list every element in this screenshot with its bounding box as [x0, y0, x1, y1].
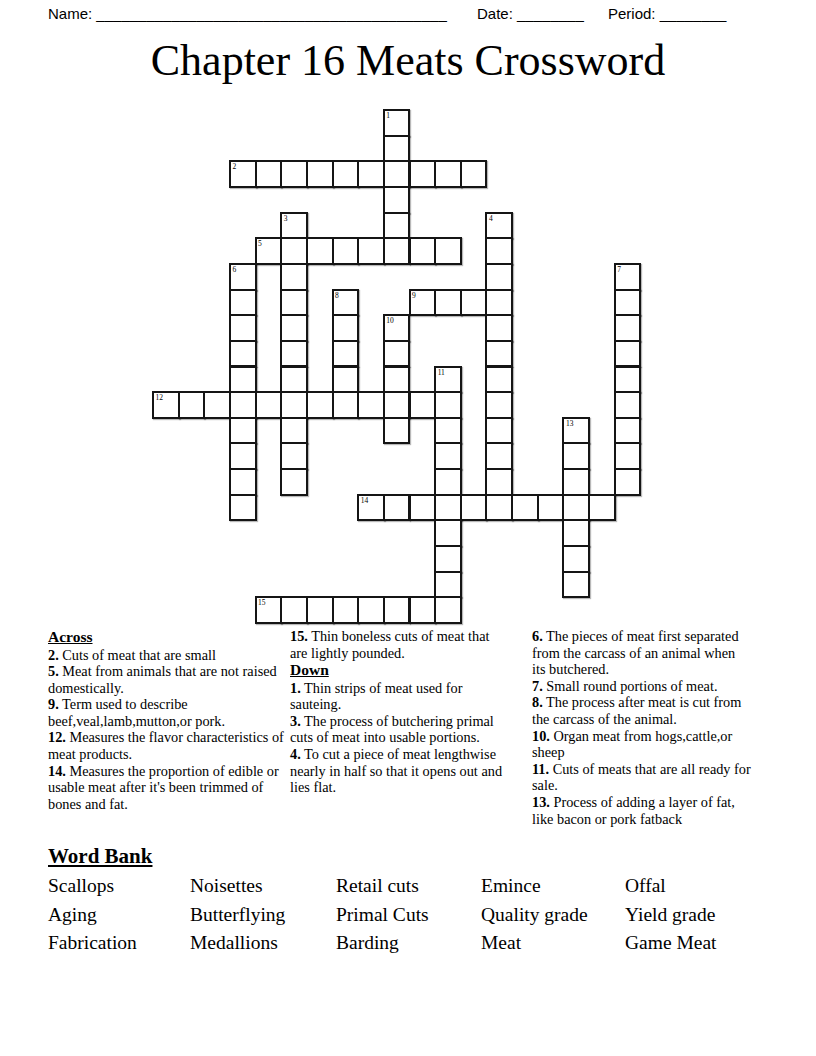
grid-cell-r2c4[interactable]	[255, 160, 283, 188]
clues-column-right: 6. The pieces of meat first separated fr…	[532, 628, 751, 827]
grid-cell-r13c16[interactable]	[562, 442, 590, 470]
clue-text: Process of adding a layer of fat, like b…	[532, 794, 735, 827]
word-bank: ScallopsNoisettesRetail cutsEminceOffalA…	[48, 872, 778, 958]
grid-cell-r12c18[interactable]	[614, 417, 642, 445]
grid-cell-r15c17[interactable]	[588, 494, 616, 522]
clue-text: The process after meat is cut from the c…	[532, 694, 741, 727]
grid-cell-r12c5[interactable]	[280, 417, 308, 445]
clues-column-middle: 15. Thin boneless cuts of meat that are …	[290, 628, 503, 796]
clue-text: Measures the flavor characteristics of m…	[48, 729, 284, 762]
clue-6: 6. The pieces of meat first separated fr…	[532, 628, 751, 678]
clue-text: Cuts of meats that are all ready for sal…	[532, 761, 751, 794]
grid-cell-r5c8[interactable]	[357, 237, 385, 265]
clue-text: The pieces of meat first separated from …	[532, 628, 739, 677]
word-bank-item: Noisettes	[190, 872, 336, 901]
period-blank-line[interactable]: ________	[660, 5, 727, 22]
grid-cell-r2c5[interactable]	[280, 160, 308, 188]
grid-cell-r7c7[interactable]: 8	[332, 289, 360, 317]
word-bank-item: Yield grade	[625, 901, 778, 930]
clue-13: 13. Process of adding a layer of fat, li…	[532, 794, 751, 827]
clue-text: Meat from animals that are not raised do…	[48, 663, 277, 696]
grid-cell-r7c18[interactable]	[614, 289, 642, 317]
grid-cell-r5c4[interactable]: 5	[255, 237, 283, 265]
grid-cell-r9c13[interactable]	[485, 340, 513, 368]
cell-number-14: 14	[361, 496, 369, 505]
grid-cell-r15c13[interactable]	[485, 494, 513, 522]
clue-number-label: 12.	[48, 729, 66, 745]
grid-cell-r11c2[interactable]	[203, 391, 231, 419]
grid-cell-r14c11[interactable]	[434, 468, 462, 496]
grid-cell-r9c7[interactable]	[332, 340, 360, 368]
grid-cell-r9c18[interactable]	[614, 340, 642, 368]
clue-4: 4. To cut a piece of meat lengthwise nea…	[290, 746, 503, 796]
grid-cell-r12c16[interactable]: 13	[562, 417, 590, 445]
grid-cell-r2c7[interactable]	[332, 160, 360, 188]
grid-cell-r19c10[interactable]	[409, 596, 437, 624]
grid-cell-r11c10[interactable]	[409, 391, 437, 419]
clue-3: 3. The process of butchering primal cuts…	[290, 713, 503, 746]
word-bank-item: Butterflying	[190, 901, 336, 930]
grid-cell-r2c11[interactable]	[434, 160, 462, 188]
clue-number-label: 4.	[290, 746, 301, 762]
clue-text: Measures the proportion of edible or usa…	[48, 763, 279, 812]
grid-cell-r2c8[interactable]	[357, 160, 385, 188]
name-blank-line[interactable]: ________________________________________…	[96, 5, 446, 22]
date-blank-line[interactable]: ________	[517, 5, 584, 22]
grid-cell-r11c11[interactable]	[434, 391, 462, 419]
word-bank-item: Game Meat	[625, 929, 778, 958]
grid-cell-r5c5[interactable]	[280, 237, 308, 265]
grid-cell-r12c11[interactable]	[434, 417, 462, 445]
grid-cell-r4c9[interactable]	[383, 212, 411, 240]
grid-cell-r7c11[interactable]	[434, 289, 462, 317]
word-bank-item: Fabrication	[48, 929, 190, 958]
grid-cell-r4c13[interactable]: 4	[485, 212, 513, 240]
clue-text: Small round portions of meat.	[543, 678, 718, 694]
clue-number-label: 5.	[48, 663, 59, 679]
grid-cell-r5c9[interactable]	[383, 237, 411, 265]
clue-heading-across: Across	[48, 628, 286, 647]
grid-cell-r13c3[interactable]	[229, 442, 257, 470]
page-title: Chapter 16 Meats Crossword	[0, 34, 816, 88]
clue-number-label: 1.	[290, 680, 301, 696]
grid-cell-r15c15[interactable]	[537, 494, 565, 522]
clue-number-label: 7.	[532, 678, 543, 694]
grid-cell-r5c10[interactable]	[409, 237, 437, 265]
clue-11: 11. Cuts of meats that are all ready for…	[532, 761, 751, 794]
cell-number-3: 3	[284, 214, 288, 223]
grid-cell-r6c3[interactable]: 6	[229, 263, 257, 291]
cell-number-1: 1	[386, 111, 390, 120]
grid-cell-r14c13[interactable]	[485, 468, 513, 496]
grid-cell-r11c3[interactable]	[229, 391, 257, 419]
clue-5: 5. Meat from animals that are not raised…	[48, 663, 286, 696]
grid-cell-r5c13[interactable]	[485, 237, 513, 265]
grid-cell-r15c16[interactable]	[562, 494, 590, 522]
grid-cell-r5c7[interactable]	[332, 237, 360, 265]
grid-cell-r8c5[interactable]	[280, 314, 308, 342]
word-bank-item: Scallops	[48, 872, 190, 901]
clue-text: Cuts of meat that are small	[59, 647, 216, 663]
clue-15: 15. Thin boneless cuts of meat that are …	[290, 628, 503, 661]
cell-number-4: 4	[489, 214, 493, 223]
period-field[interactable]: Period: ________	[608, 5, 726, 22]
grid-cell-r15c3[interactable]	[229, 494, 257, 522]
grid-cell-r5c6[interactable]	[306, 237, 334, 265]
clue-number-label: 2.	[48, 647, 59, 663]
grid-cell-r19c8[interactable]	[357, 596, 385, 624]
grid-cell-r8c18[interactable]	[614, 314, 642, 342]
clue-number-label: 13.	[532, 794, 550, 810]
grid-cell-r2c9[interactable]	[383, 160, 411, 188]
grid-cell-r13c11[interactable]	[434, 442, 462, 470]
grid-cell-r17c11[interactable]	[434, 545, 462, 573]
clue-2: 2. Cuts of meat that are small	[48, 647, 286, 664]
period-label: Period:	[608, 5, 656, 22]
grid-cell-r11c9[interactable]	[383, 391, 411, 419]
word-bank-item: Retail cuts	[336, 872, 481, 901]
crossword-grid: 123456789101112131415	[152, 109, 644, 627]
grid-cell-r14c5[interactable]	[280, 468, 308, 496]
word-bank-item: Medallions	[190, 929, 336, 958]
clue-number-label: 8.	[532, 694, 543, 710]
grid-cell-r11c13[interactable]	[485, 391, 513, 419]
grid-cell-r11c4[interactable]	[255, 391, 283, 419]
grid-cell-r16c16[interactable]	[562, 519, 590, 547]
grid-cell-r8c3[interactable]	[229, 314, 257, 342]
grid-cell-r2c3[interactable]: 2	[229, 160, 257, 188]
cell-number-7: 7	[617, 265, 621, 274]
grid-cell-r6c5[interactable]	[280, 263, 308, 291]
grid-cell-r15c10[interactable]	[409, 494, 437, 522]
cell-number-15: 15	[258, 598, 266, 607]
grid-cell-r3c9[interactable]	[383, 186, 411, 214]
clue-12: 12. Measures the flavor characteristics …	[48, 729, 286, 762]
worksheet-header: Name: __________________________________…	[0, 5, 816, 29]
clue-text: Term used to describe beef,veal,lamb,mut…	[48, 696, 225, 729]
grid-cell-r15c11[interactable]	[434, 494, 462, 522]
word-bank-item: Quality grade	[481, 901, 625, 930]
cell-number-5: 5	[258, 239, 262, 248]
clue-text: Thin boneless cuts of meat that are ligh…	[290, 628, 489, 661]
clue-text: To cut a piece of meat lengthwise nearly…	[290, 746, 502, 795]
grid-cell-r14c3[interactable]	[229, 468, 257, 496]
grid-cell-r11c5[interactable]	[280, 391, 308, 419]
cell-number-11: 11	[438, 368, 445, 377]
grid-cell-r7c12[interactable]	[460, 289, 488, 317]
grid-cell-r11c7[interactable]	[332, 391, 360, 419]
grid-cell-r13c5[interactable]	[280, 442, 308, 470]
clue-number-label: 10.	[532, 728, 550, 744]
grid-cell-r12c3[interactable]	[229, 417, 257, 445]
grid-cell-r1c9[interactable]	[383, 135, 411, 163]
cell-number-12: 12	[156, 393, 164, 402]
clue-number-label: 15.	[290, 628, 308, 644]
grid-cell-r12c9[interactable]	[383, 417, 411, 445]
word-bank-item: Primal Cuts	[336, 901, 481, 930]
clue-heading-down: Down	[290, 661, 503, 680]
grid-cell-r15c14[interactable]	[511, 494, 539, 522]
grid-cell-r19c4[interactable]: 15	[255, 596, 283, 624]
grid-cell-r4c5[interactable]: 3	[280, 212, 308, 240]
grid-cell-r13c13[interactable]	[485, 442, 513, 470]
grid-cell-r7c10[interactable]: 9	[409, 289, 437, 317]
clue-text: Thin strips of meat used for sauteing.	[290, 680, 462, 713]
clue-number-label: 6.	[532, 628, 543, 644]
grid-cell-r18c16[interactable]	[562, 571, 590, 599]
grid-cell-r2c6[interactable]	[306, 160, 334, 188]
grid-cell-r15c8[interactable]: 14	[357, 494, 385, 522]
word-bank-item: Offal	[625, 872, 778, 901]
name-field[interactable]: Name: __________________________________…	[48, 5, 447, 22]
worksheet: Name: __________________________________…	[0, 0, 816, 1056]
grid-cell-r8c13[interactable]	[485, 314, 513, 342]
grid-cell-r16c11[interactable]	[434, 519, 462, 547]
grid-cell-r6c18[interactable]: 7	[614, 263, 642, 291]
grid-cell-r11c6[interactable]	[306, 391, 334, 419]
word-bank-item: Emince	[481, 872, 625, 901]
grid-cell-r13c18[interactable]	[614, 442, 642, 470]
grid-cell-r6c13[interactable]	[485, 263, 513, 291]
grid-cell-r10c11[interactable]: 11	[434, 366, 462, 394]
clue-10: 10. Organ meat from hogs,cattle,or sheep	[532, 728, 751, 761]
grid-cell-r7c13[interactable]	[485, 289, 513, 317]
cell-number-6: 6	[232, 265, 236, 274]
clue-text: The process of butchering primal cuts of…	[290, 713, 494, 746]
grid-cell-r0c9[interactable]: 1	[383, 109, 411, 137]
grid-cell-r11c0[interactable]: 12	[152, 391, 180, 419]
clue-number-label: 3.	[290, 713, 301, 729]
cell-number-13: 13	[566, 419, 574, 428]
grid-cell-r10c3[interactable]	[229, 366, 257, 394]
grid-cell-r17c16[interactable]	[562, 545, 590, 573]
word-bank-item: Meat	[481, 929, 625, 958]
grid-cell-r11c1[interactable]	[178, 391, 206, 419]
grid-cell-r9c5[interactable]	[280, 340, 308, 368]
clue-8: 8. The process after meat is cut from th…	[532, 694, 751, 727]
grid-cell-r7c5[interactable]	[280, 289, 308, 317]
grid-cell-r2c10[interactable]	[409, 160, 437, 188]
grid-cell-r10c13[interactable]	[485, 366, 513, 394]
clue-text: Organ meat from hogs,cattle,or sheep	[532, 728, 732, 761]
grid-cell-r10c9[interactable]	[383, 366, 411, 394]
grid-cell-r10c5[interactable]	[280, 366, 308, 394]
grid-cell-r15c12[interactable]	[460, 494, 488, 522]
grid-cell-r15c9[interactable]	[383, 494, 411, 522]
clues-column-across: Across2. Cuts of meat that are small5. M…	[48, 628, 286, 812]
grid-cell-r10c7[interactable]	[332, 366, 360, 394]
grid-cell-r19c6[interactable]	[306, 596, 334, 624]
grid-cell-r10c18[interactable]	[614, 366, 642, 394]
grid-cell-r14c18[interactable]	[614, 468, 642, 496]
grid-cell-r12c13[interactable]	[485, 417, 513, 445]
grid-cell-r19c9[interactable]	[383, 596, 411, 624]
grid-cell-r18c11[interactable]	[434, 571, 462, 599]
grid-cell-r19c5[interactable]	[280, 596, 308, 624]
grid-cell-r8c7[interactable]	[332, 314, 360, 342]
clue-1: 1. Thin strips of meat used for sauteing…	[290, 680, 503, 713]
name-label: Name:	[48, 5, 92, 22]
grid-cell-r14c16[interactable]	[562, 468, 590, 496]
clue-number-label: 14.	[48, 763, 66, 779]
grid-cell-r2c12[interactable]	[460, 160, 488, 188]
date-label: Date:	[477, 5, 513, 22]
grid-cell-r19c7[interactable]	[332, 596, 360, 624]
grid-cell-r7c3[interactable]	[229, 289, 257, 317]
grid-cell-r11c8[interactable]	[357, 391, 385, 419]
date-field[interactable]: Date: ________	[477, 5, 584, 22]
cell-number-9: 9	[412, 291, 416, 300]
grid-cell-r19c11[interactable]	[434, 596, 462, 624]
grid-cell-r5c11[interactable]	[434, 237, 462, 265]
clue-number-label: 9.	[48, 696, 59, 712]
word-bank-item: Barding	[336, 929, 481, 958]
grid-cell-r9c9[interactable]	[383, 340, 411, 368]
clue-14: 14. Measures the proportion of edible or…	[48, 763, 286, 813]
word-bank-heading: Word Bank	[48, 843, 152, 869]
cell-number-10: 10	[386, 316, 394, 325]
clue-7: 7. Small round portions of meat.	[532, 678, 751, 695]
clue-number-label: 11.	[532, 761, 549, 777]
cell-number-8: 8	[335, 291, 339, 300]
cell-number-2: 2	[232, 162, 236, 171]
grid-cell-r9c3[interactable]	[229, 340, 257, 368]
word-bank-item: Aging	[48, 901, 190, 930]
grid-cell-r8c9[interactable]: 10	[383, 314, 411, 342]
clue-9: 9. Term used to describe beef,veal,lamb,…	[48, 696, 286, 729]
grid-cell-r11c18[interactable]	[614, 391, 642, 419]
